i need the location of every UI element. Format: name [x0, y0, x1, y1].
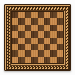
- product-photo: [0, 0, 75, 75]
- board-square[interactable]: [57, 57, 63, 63]
- playing-field: [12, 12, 63, 63]
- chess-board: [4, 4, 71, 71]
